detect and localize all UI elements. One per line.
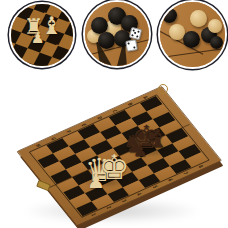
dark-checker-disc [210, 36, 223, 49]
hinge-ring-icon [158, 84, 168, 94]
coordinate-label: 4 [135, 192, 143, 197]
coordinate-label: 7 [182, 171, 190, 176]
light-checker-disc [208, 19, 222, 33]
dark-checker-disc [162, 8, 177, 23]
inset-checkers-closeup [158, 0, 227, 69]
black-pawn: ♟ [133, 143, 147, 159]
white-pawn: ♟ [87, 171, 105, 191]
coordinate-label: 3 [120, 199, 128, 204]
inset-chess-closeup: ♜ ♝ ♟ [9, 2, 75, 68]
dark-checker-disc [98, 32, 115, 49]
coordinate-label: 2 [105, 205, 113, 210]
coordinate-label: 5 [151, 185, 159, 190]
black-bishop: ♝ [147, 127, 169, 151]
light-checker-disc [190, 10, 207, 27]
chess-piece-pawn-icon: ♟ [31, 31, 44, 46]
inset-backgammon-closeup [83, 0, 151, 68]
coordinate-label: 1 [89, 212, 97, 217]
die-icon [125, 39, 138, 52]
coordinate-label: 6 [166, 178, 174, 183]
product-photo: ♜ ♝ ♟ [0, 0, 228, 228]
dark-checker-disc [183, 31, 200, 48]
coordinate-label: 8 [197, 164, 205, 169]
